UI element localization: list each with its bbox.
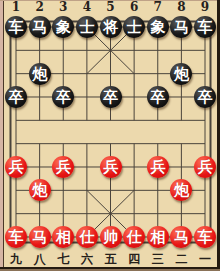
piece-red-chariot[interactable]: 车	[5, 226, 27, 248]
file-label-bottom-5: 五	[101, 251, 121, 268]
file-label-top-5: 5	[101, 0, 121, 14]
piece-red-horse[interactable]: 马	[29, 226, 51, 248]
piece-red-cannon[interactable]: 炮	[29, 179, 51, 201]
piece-black-elephant[interactable]: 象	[147, 16, 169, 38]
piece-red-soldier[interactable]: 兵	[5, 156, 27, 178]
piece-black-elephant[interactable]: 象	[52, 16, 74, 38]
piece-red-elephant[interactable]: 相	[147, 226, 169, 248]
file-label-bottom-4: 六	[77, 251, 97, 268]
piece-black-soldier[interactable]: 卒	[5, 86, 27, 108]
file-label-top-8: 8	[171, 0, 191, 14]
piece-red-elephant[interactable]: 相	[52, 226, 74, 248]
piece-black-horse[interactable]: 马	[29, 16, 51, 38]
piece-black-chariot[interactable]: 车	[194, 16, 216, 38]
piece-red-general[interactable]: 帅	[100, 226, 122, 248]
frame-bottom-edge	[0, 267, 220, 271]
piece-red-chariot[interactable]: 车	[194, 226, 216, 248]
piece-red-soldier[interactable]: 兵	[194, 156, 216, 178]
piece-black-chariot[interactable]: 车	[5, 16, 27, 38]
piece-black-advisor[interactable]: 士	[76, 16, 98, 38]
piece-black-soldier[interactable]: 卒	[52, 86, 74, 108]
file-label-top-2: 2	[30, 0, 50, 14]
file-label-top-7: 7	[148, 0, 168, 14]
piece-black-soldier[interactable]: 卒	[147, 86, 169, 108]
file-label-bottom-6: 四	[124, 251, 144, 268]
piece-black-soldier[interactable]: 卒	[194, 86, 216, 108]
piece-black-soldier[interactable]: 卒	[100, 86, 122, 108]
file-label-bottom-8: 二	[171, 251, 191, 268]
piece-red-advisor[interactable]: 仕	[123, 226, 145, 248]
file-label-top-9: 9	[195, 0, 215, 14]
file-label-top-1: 1	[6, 0, 26, 14]
piece-red-soldier[interactable]: 兵	[147, 156, 169, 178]
piece-black-cannon[interactable]: 炮	[170, 63, 192, 85]
file-label-bottom-2: 八	[30, 251, 50, 268]
piece-black-cannon[interactable]: 炮	[29, 63, 51, 85]
file-label-bottom-9: 一	[195, 251, 215, 268]
piece-black-advisor[interactable]: 士	[123, 16, 145, 38]
xiangqi-board[interactable]: 123456789 车马象士将士象马车炮炮卒卒卒卒卒兵兵兵兵兵炮炮车马相仕帅仕相…	[0, 0, 220, 271]
file-label-bottom-7: 三	[148, 251, 168, 268]
file-label-bottom-1: 九	[6, 251, 26, 268]
file-label-top-4: 4	[77, 0, 97, 14]
piece-red-advisor[interactable]: 仕	[76, 226, 98, 248]
file-label-top-3: 3	[53, 0, 73, 14]
piece-black-general[interactable]: 将	[100, 16, 122, 38]
file-label-top-6: 6	[124, 0, 144, 14]
file-label-bottom-3: 七	[53, 251, 73, 268]
frame-right-edge	[217, 0, 220, 271]
piece-red-soldier[interactable]: 兵	[52, 156, 74, 178]
piece-red-soldier[interactable]: 兵	[100, 156, 122, 178]
